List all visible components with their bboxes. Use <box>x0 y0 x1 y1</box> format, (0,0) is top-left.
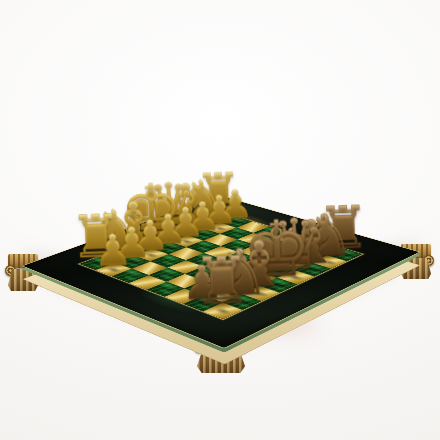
chess-piece-glyph: ♟ <box>72 227 155 272</box>
chess-piece-glyph: ♜ <box>176 247 268 315</box>
square-h2[interactable]: ♟ <box>96 263 132 277</box>
square-h8[interactable]: ♜ <box>203 303 242 320</box>
product-photo-scene: ♜♟♟♜♞♟♟♞♝♟♟♝♛♟♟♛♚♟♟♚♝♟♟♝♞♟♟♞♜♟♟♜ <box>0 0 440 440</box>
chess-board: ♜♟♟♜♞♟♟♞♝♟♟♝♛♟♟♛♚♟♟♚♝♟♟♝♞♟♟♞♜♟♟♜ <box>22 195 421 349</box>
